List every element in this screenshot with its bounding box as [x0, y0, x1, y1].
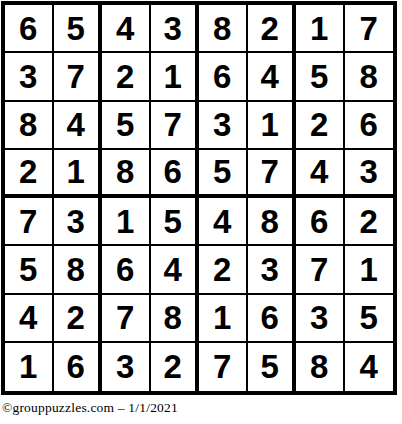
cell-r4c3: 8	[102, 150, 151, 198]
cell-r8c7: 8	[296, 343, 345, 391]
cell-r2c1: 3	[5, 53, 54, 101]
cell-r2c8: 8	[345, 53, 394, 101]
cell-r1c3: 4	[102, 5, 151, 53]
cell-r3c6: 1	[248, 102, 297, 150]
cell-r4c6: 7	[248, 150, 297, 198]
sudoku-board: 6543821737216458845731262186574373154862…	[1, 1, 397, 395]
cell-r1c7: 1	[296, 5, 345, 53]
cell-r2c2: 7	[54, 53, 103, 101]
cell-r7c4: 8	[151, 295, 200, 343]
cell-r7c3: 7	[102, 295, 151, 343]
cell-r5c3: 1	[102, 198, 151, 246]
cell-r1c8: 7	[345, 5, 394, 53]
cell-r6c6: 3	[248, 246, 297, 294]
cell-r5c6: 8	[248, 198, 297, 246]
cell-r8c2: 6	[54, 343, 103, 391]
cell-r2c5: 6	[199, 53, 248, 101]
cell-r2c6: 4	[248, 53, 297, 101]
cell-r8c8: 4	[345, 343, 394, 391]
cell-r2c3: 2	[102, 53, 151, 101]
cell-r8c3: 3	[102, 343, 151, 391]
cell-r3c1: 8	[5, 102, 54, 150]
cell-r8c1: 1	[5, 343, 54, 391]
cell-r6c7: 7	[296, 246, 345, 294]
cell-r6c2: 8	[54, 246, 103, 294]
cell-r1c5: 8	[199, 5, 248, 53]
cell-r4c4: 6	[151, 150, 200, 198]
cell-r6c4: 4	[151, 246, 200, 294]
cell-r4c7: 4	[296, 150, 345, 198]
cell-r1c6: 2	[248, 5, 297, 53]
cell-r1c2: 5	[54, 5, 103, 53]
cell-r5c2: 3	[54, 198, 103, 246]
cell-r2c4: 1	[151, 53, 200, 101]
cell-r7c7: 3	[296, 295, 345, 343]
cell-r5c5: 4	[199, 198, 248, 246]
cell-r7c8: 5	[345, 295, 394, 343]
cell-r3c8: 6	[345, 102, 394, 150]
cell-r8c6: 5	[248, 343, 297, 391]
cell-r5c8: 2	[345, 198, 394, 246]
cell-r3c4: 7	[151, 102, 200, 150]
cell-r7c6: 6	[248, 295, 297, 343]
cell-r6c3: 6	[102, 246, 151, 294]
cell-r7c1: 4	[5, 295, 54, 343]
cell-r3c3: 5	[102, 102, 151, 150]
cell-r3c2: 4	[54, 102, 103, 150]
cell-r2c7: 5	[296, 53, 345, 101]
cell-r5c7: 6	[296, 198, 345, 246]
cell-r6c5: 2	[199, 246, 248, 294]
cell-r1c4: 3	[151, 5, 200, 53]
cell-r6c1: 5	[5, 246, 54, 294]
cell-r8c4: 2	[151, 343, 200, 391]
cell-r7c5: 1	[199, 295, 248, 343]
cell-r8c5: 7	[199, 343, 248, 391]
cell-r4c5: 5	[199, 150, 248, 198]
puzzle-page: 6543821737216458845731262186574373154862…	[0, 0, 402, 424]
copyright-footer: ©grouppuzzles.com – 1/1/2021	[2, 400, 178, 416]
cell-r7c2: 2	[54, 295, 103, 343]
cell-r1c1: 6	[5, 5, 54, 53]
cell-r6c8: 1	[345, 246, 394, 294]
cell-r4c8: 3	[345, 150, 394, 198]
cell-r4c1: 2	[5, 150, 54, 198]
cell-r3c5: 3	[199, 102, 248, 150]
cell-r5c1: 7	[5, 198, 54, 246]
cell-r5c4: 5	[151, 198, 200, 246]
cell-r3c7: 2	[296, 102, 345, 150]
cell-r4c2: 1	[54, 150, 103, 198]
